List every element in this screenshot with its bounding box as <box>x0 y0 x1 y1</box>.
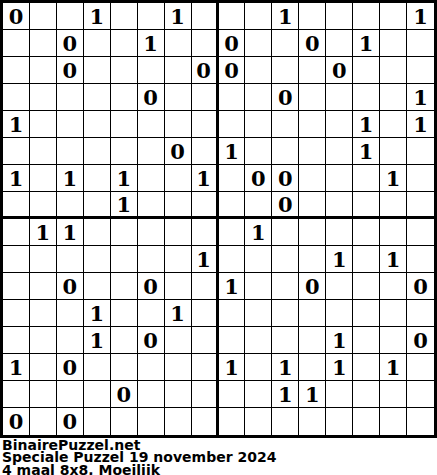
cell-r14c5[interactable] <box>111 354 138 381</box>
cell-r16c15[interactable] <box>380 408 407 435</box>
cell-r7c15[interactable]: 1 <box>380 165 407 192</box>
cell-r11c10[interactable] <box>245 273 272 300</box>
cell-r13c9[interactable] <box>219 327 246 354</box>
cell-r13c10[interactable] <box>245 327 272 354</box>
cell-r6c9[interactable]: 1 <box>219 138 246 165</box>
cell-r16c13[interactable] <box>326 408 353 435</box>
cell-r15c16[interactable] <box>407 381 434 408</box>
footer: BinairePuzzel.net Speciale Puzzel 19 nov… <box>0 438 437 475</box>
cell-r9c11[interactable] <box>272 219 299 246</box>
cell-r14c1[interactable]: 1 <box>3 354 30 381</box>
cell-r6c1[interactable] <box>3 138 30 165</box>
cell-r9c13[interactable] <box>326 219 353 246</box>
cell-r16c12[interactable] <box>299 408 326 435</box>
cell-r2c15[interactable] <box>380 30 407 57</box>
cell-r6c4[interactable] <box>84 138 111 165</box>
cell-r13c13[interactable]: 1 <box>326 327 353 354</box>
cell-r12c9[interactable] <box>219 300 246 327</box>
cell-r10c16[interactable] <box>407 246 434 273</box>
cell-r13c8[interactable] <box>192 327 219 354</box>
cell-r4c16[interactable]: 1 <box>407 84 434 111</box>
cell-r11c1[interactable] <box>3 273 30 300</box>
cell-r13c11[interactable] <box>272 327 299 354</box>
cell-r7c3[interactable]: 1 <box>57 165 84 192</box>
cell-r9c2[interactable]: 1 <box>30 219 57 246</box>
cell-r12c14[interactable] <box>353 300 380 327</box>
cell-r16c5[interactable] <box>111 408 138 435</box>
cell-r11c3[interactable]: 0 <box>57 273 84 300</box>
cell-r9c10[interactable]: 1 <box>245 219 272 246</box>
cell-r4c8[interactable] <box>192 84 219 111</box>
cell-r9c1[interactable] <box>3 219 30 246</box>
cell-r3c2[interactable] <box>30 57 57 84</box>
cell-r1c2[interactable] <box>30 3 57 30</box>
cell-r15c15[interactable] <box>380 381 407 408</box>
cell-r5c12[interactable] <box>299 111 326 138</box>
cell-r3c9[interactable]: 0 <box>219 57 246 84</box>
cell-r11c11[interactable] <box>272 273 299 300</box>
cell-r6c12[interactable] <box>299 138 326 165</box>
cell-r16c14[interactable] <box>353 408 380 435</box>
cell-r7c5[interactable]: 1 <box>111 165 138 192</box>
cell-r13c7[interactable] <box>165 327 192 354</box>
cell-r6c15[interactable] <box>380 138 407 165</box>
cell-r4c3[interactable] <box>57 84 84 111</box>
cell-r10c15[interactable]: 1 <box>380 246 407 273</box>
cell-r1c7[interactable]: 1 <box>165 3 192 30</box>
cell-r13c2[interactable] <box>30 327 57 354</box>
puzzle-variant: 4 maal 8x8, Moeilijk <box>2 464 437 475</box>
cell-r3c6[interactable] <box>138 57 165 84</box>
cell-r5c6[interactable] <box>138 111 165 138</box>
cell-r15c10[interactable] <box>245 381 272 408</box>
cell-r9c9[interactable] <box>219 219 246 246</box>
cell-r2c5[interactable] <box>111 30 138 57</box>
cell-r9c7[interactable] <box>165 219 192 246</box>
cell-r7c6[interactable] <box>138 165 165 192</box>
cell-r3c10[interactable] <box>245 57 272 84</box>
cell-r6c2[interactable] <box>30 138 57 165</box>
cell-r6c10[interactable] <box>245 138 272 165</box>
cell-r1c10[interactable] <box>245 3 272 30</box>
cell-r2c14[interactable]: 1 <box>353 30 380 57</box>
cell-r15c5[interactable]: 0 <box>111 381 138 408</box>
cell-r6c13[interactable] <box>326 138 353 165</box>
cell-r15c11[interactable]: 1 <box>272 381 299 408</box>
cell-r8c1[interactable] <box>3 192 30 219</box>
cell-r6c6[interactable] <box>138 138 165 165</box>
cell-r4c14[interactable] <box>353 84 380 111</box>
cell-r1c6[interactable] <box>138 3 165 30</box>
cell-r4c12[interactable] <box>299 84 326 111</box>
cell-r1c3[interactable] <box>57 3 84 30</box>
cell-r2c4[interactable] <box>84 30 111 57</box>
cell-r1c16[interactable]: 1 <box>407 3 434 30</box>
cell-r14c10[interactable] <box>245 354 272 381</box>
cell-r7c16[interactable] <box>407 165 434 192</box>
cell-r9c6[interactable] <box>138 219 165 246</box>
cell-r8c5[interactable]: 1 <box>111 192 138 219</box>
cell-r13c12[interactable] <box>299 327 326 354</box>
cell-r10c8[interactable]: 1 <box>192 246 219 273</box>
cell-r12c15[interactable] <box>380 300 407 327</box>
cell-r6c3[interactable] <box>57 138 84 165</box>
cell-r12c6[interactable] <box>138 300 165 327</box>
cell-r5c14[interactable]: 1 <box>353 111 380 138</box>
cell-r4c4[interactable] <box>84 84 111 111</box>
cell-r8c9[interactable] <box>219 192 246 219</box>
cell-r10c13[interactable]: 1 <box>326 246 353 273</box>
cell-r2c7[interactable] <box>165 30 192 57</box>
cell-r6c16[interactable] <box>407 138 434 165</box>
cell-r15c9[interactable] <box>219 381 246 408</box>
cell-r15c14[interactable] <box>353 381 380 408</box>
cell-r3c3[interactable]: 0 <box>57 57 84 84</box>
cell-r8c7[interactable] <box>165 192 192 219</box>
cell-r10c7[interactable] <box>165 246 192 273</box>
cell-r10c2[interactable] <box>30 246 57 273</box>
cell-r11c9[interactable]: 1 <box>219 273 246 300</box>
cell-r3c11[interactable] <box>272 57 299 84</box>
cell-r3c13[interactable]: 0 <box>326 57 353 84</box>
cell-r13c16[interactable]: 0 <box>407 327 434 354</box>
cell-r5c9[interactable] <box>219 111 246 138</box>
cell-r11c13[interactable] <box>326 273 353 300</box>
cell-r5c4[interactable] <box>84 111 111 138</box>
cell-r3c4[interactable] <box>84 57 111 84</box>
cell-r15c8[interactable] <box>192 381 219 408</box>
cell-r9c3[interactable]: 1 <box>57 219 84 246</box>
cell-r2c3[interactable]: 0 <box>57 30 84 57</box>
cell-r14c12[interactable] <box>299 354 326 381</box>
cell-r14c8[interactable] <box>192 354 219 381</box>
cell-r4c1[interactable] <box>3 84 30 111</box>
cell-r12c11[interactable] <box>272 300 299 327</box>
cell-r11c5[interactable] <box>111 273 138 300</box>
cell-r7c14[interactable] <box>353 165 380 192</box>
cell-r11c12[interactable]: 0 <box>299 273 326 300</box>
cell-r10c3[interactable] <box>57 246 84 273</box>
cell-r10c9[interactable] <box>219 246 246 273</box>
cell-r2c6[interactable]: 1 <box>138 30 165 57</box>
cell-r1c12[interactable] <box>299 3 326 30</box>
cell-r12c5[interactable] <box>111 300 138 327</box>
cell-r4c5[interactable] <box>111 84 138 111</box>
cell-r10c1[interactable] <box>3 246 30 273</box>
cell-r10c11[interactable] <box>272 246 299 273</box>
cell-r5c3[interactable] <box>57 111 84 138</box>
cell-r10c10[interactable] <box>245 246 272 273</box>
cell-r2c13[interactable] <box>326 30 353 57</box>
cell-r9c16[interactable] <box>407 219 434 246</box>
cell-r5c15[interactable] <box>380 111 407 138</box>
cell-r1c9[interactable] <box>219 3 246 30</box>
cell-r4c10[interactable] <box>245 84 272 111</box>
cell-r12c1[interactable] <box>3 300 30 327</box>
cell-r12c12[interactable] <box>299 300 326 327</box>
cell-r3c1[interactable] <box>3 57 30 84</box>
cell-r7c2[interactable] <box>30 165 57 192</box>
cell-r15c6[interactable] <box>138 381 165 408</box>
cell-r5c16[interactable]: 1 <box>407 111 434 138</box>
cell-r4c6[interactable]: 0 <box>138 84 165 111</box>
cell-r7c1[interactable]: 1 <box>3 165 30 192</box>
cell-r16c9[interactable] <box>219 408 246 435</box>
cell-r16c10[interactable] <box>245 408 272 435</box>
cell-r8c11[interactable]: 0 <box>272 192 299 219</box>
cell-r7c8[interactable]: 1 <box>192 165 219 192</box>
cell-r6c11[interactable] <box>272 138 299 165</box>
cell-r13c4[interactable]: 1 <box>84 327 111 354</box>
cell-r16c6[interactable] <box>138 408 165 435</box>
cell-r8c8[interactable] <box>192 192 219 219</box>
cell-r11c6[interactable]: 0 <box>138 273 165 300</box>
cell-r12c3[interactable] <box>57 300 84 327</box>
cell-r8c13[interactable] <box>326 192 353 219</box>
cell-r3c5[interactable] <box>111 57 138 84</box>
cell-r13c1[interactable] <box>3 327 30 354</box>
cell-r16c16[interactable] <box>407 408 434 435</box>
cell-r8c14[interactable] <box>353 192 380 219</box>
cell-r11c15[interactable] <box>380 273 407 300</box>
cell-r7c9[interactable] <box>219 165 246 192</box>
cell-r8c12[interactable] <box>299 192 326 219</box>
cell-r8c6[interactable] <box>138 192 165 219</box>
cell-r11c4[interactable] <box>84 273 111 300</box>
cell-r9c5[interactable] <box>111 219 138 246</box>
cell-r12c4[interactable]: 1 <box>84 300 111 327</box>
cell-r1c5[interactable] <box>111 3 138 30</box>
cell-r14c4[interactable] <box>84 354 111 381</box>
cell-r14c13[interactable]: 1 <box>326 354 353 381</box>
cell-r14c9[interactable]: 1 <box>219 354 246 381</box>
cell-r6c8[interactable] <box>192 138 219 165</box>
cell-r13c14[interactable] <box>353 327 380 354</box>
cell-r14c11[interactable]: 1 <box>272 354 299 381</box>
cell-r4c15[interactable] <box>380 84 407 111</box>
cell-r7c11[interactable]: 0 <box>272 165 299 192</box>
cell-r2c11[interactable] <box>272 30 299 57</box>
cell-r4c13[interactable] <box>326 84 353 111</box>
cell-r15c12[interactable]: 1 <box>299 381 326 408</box>
cell-r4c2[interactable] <box>30 84 57 111</box>
cell-r1c4[interactable]: 1 <box>84 3 111 30</box>
cell-r7c12[interactable] <box>299 165 326 192</box>
cell-r16c1[interactable]: 0 <box>3 408 30 435</box>
cell-r16c4[interactable] <box>84 408 111 435</box>
cell-r16c7[interactable] <box>165 408 192 435</box>
cell-r16c8[interactable] <box>192 408 219 435</box>
cell-r11c2[interactable] <box>30 273 57 300</box>
binary-puzzle-board: 0111101001000000111101111110011011111100… <box>0 0 437 438</box>
cell-r9c12[interactable] <box>299 219 326 246</box>
cell-r8c16[interactable] <box>407 192 434 219</box>
cell-r15c7[interactable] <box>165 381 192 408</box>
cell-r11c16[interactable]: 0 <box>407 273 434 300</box>
cell-r10c14[interactable] <box>353 246 380 273</box>
cell-r5c11[interactable] <box>272 111 299 138</box>
cell-r10c6[interactable] <box>138 246 165 273</box>
cell-r2c16[interactable] <box>407 30 434 57</box>
cell-r8c4[interactable] <box>84 192 111 219</box>
cell-r13c15[interactable] <box>380 327 407 354</box>
cell-r7c10[interactable]: 0 <box>245 165 272 192</box>
cell-r15c3[interactable] <box>57 381 84 408</box>
cell-r5c7[interactable] <box>165 111 192 138</box>
cell-r2c10[interactable] <box>245 30 272 57</box>
cell-r4c11[interactable]: 0 <box>272 84 299 111</box>
cell-r5c5[interactable] <box>111 111 138 138</box>
cell-r9c15[interactable] <box>380 219 407 246</box>
cell-r8c2[interactable] <box>30 192 57 219</box>
cell-r3c14[interactable] <box>353 57 380 84</box>
cell-r9c8[interactable] <box>192 219 219 246</box>
cell-r8c3[interactable] <box>57 192 84 219</box>
cell-r6c7[interactable]: 0 <box>165 138 192 165</box>
cell-r13c6[interactable]: 0 <box>138 327 165 354</box>
cell-r6c5[interactable] <box>111 138 138 165</box>
cell-r16c11[interactable] <box>272 408 299 435</box>
cell-r12c16[interactable] <box>407 300 434 327</box>
cell-r4c7[interactable] <box>165 84 192 111</box>
cell-r12c8[interactable] <box>192 300 219 327</box>
cell-r3c16[interactable] <box>407 57 434 84</box>
cell-r5c13[interactable] <box>326 111 353 138</box>
cell-r15c1[interactable] <box>3 381 30 408</box>
cell-r13c3[interactable] <box>57 327 84 354</box>
cell-r7c4[interactable] <box>84 165 111 192</box>
cell-r3c15[interactable] <box>380 57 407 84</box>
cell-r14c2[interactable] <box>30 354 57 381</box>
cell-r11c8[interactable] <box>192 273 219 300</box>
cell-r2c8[interactable] <box>192 30 219 57</box>
cell-r12c10[interactable] <box>245 300 272 327</box>
cell-r5c1[interactable]: 1 <box>3 111 30 138</box>
cell-r9c4[interactable] <box>84 219 111 246</box>
cell-r5c10[interactable] <box>245 111 272 138</box>
cell-r4c9[interactable] <box>219 84 246 111</box>
cell-r5c8[interactable] <box>192 111 219 138</box>
cell-r12c2[interactable] <box>30 300 57 327</box>
cell-r15c4[interactable] <box>84 381 111 408</box>
cell-r14c3[interactable]: 0 <box>57 354 84 381</box>
cell-r14c6[interactable] <box>138 354 165 381</box>
cell-r8c10[interactable] <box>245 192 272 219</box>
cell-r13c5[interactable] <box>111 327 138 354</box>
cell-r15c13[interactable] <box>326 381 353 408</box>
cell-r3c8[interactable]: 0 <box>192 57 219 84</box>
cell-r14c16[interactable] <box>407 354 434 381</box>
cell-r7c13[interactable] <box>326 165 353 192</box>
cell-r12c13[interactable] <box>326 300 353 327</box>
cell-r16c3[interactable]: 0 <box>57 408 84 435</box>
cell-r8c15[interactable] <box>380 192 407 219</box>
cell-r1c13[interactable] <box>326 3 353 30</box>
cell-r2c1[interactable] <box>3 30 30 57</box>
cell-r14c7[interactable] <box>165 354 192 381</box>
cell-r14c14[interactable] <box>353 354 380 381</box>
cell-r3c7[interactable] <box>165 57 192 84</box>
cell-r10c12[interactable] <box>299 246 326 273</box>
cell-r12c7[interactable]: 1 <box>165 300 192 327</box>
cell-r7c7[interactable] <box>165 165 192 192</box>
cell-r1c8[interactable] <box>192 3 219 30</box>
cell-r2c2[interactable] <box>30 30 57 57</box>
cell-r2c12[interactable]: 0 <box>299 30 326 57</box>
cell-r11c14[interactable] <box>353 273 380 300</box>
cell-r2c9[interactable]: 0 <box>219 30 246 57</box>
cell-r16c2[interactable] <box>30 408 57 435</box>
cell-r1c1[interactable]: 0 <box>3 3 30 30</box>
cell-r9c14[interactable] <box>353 219 380 246</box>
cell-r14c15[interactable]: 1 <box>380 354 407 381</box>
cell-r11c7[interactable] <box>165 273 192 300</box>
cell-r6c14[interactable]: 1 <box>353 138 380 165</box>
cell-r3c12[interactable] <box>299 57 326 84</box>
cell-r1c11[interactable]: 1 <box>272 3 299 30</box>
cell-r10c5[interactable] <box>111 246 138 273</box>
cell-r15c2[interactable] <box>30 381 57 408</box>
cell-r1c15[interactable] <box>380 3 407 30</box>
cell-r10c4[interactable] <box>84 246 111 273</box>
cell-r5c2[interactable] <box>30 111 57 138</box>
cell-r1c14[interactable] <box>353 3 380 30</box>
